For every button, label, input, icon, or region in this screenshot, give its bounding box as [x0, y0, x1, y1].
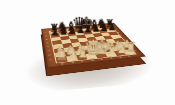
- rank-label-4: 4: [123, 38, 126, 40]
- rank-label-1: 1: [50, 58, 53, 60]
- chess-set-photo: ABCDEFGH ABCDEFGH 87654321 87654321 ♜♞♝♛…: [0, 0, 175, 105]
- rank-label-5: 5: [47, 42, 49, 44]
- file-label-g: G: [118, 56, 122, 58]
- rank-label-4: 4: [47, 46, 49, 48]
- board-perspective-stage: ABCDEFGH ABCDEFGH 87654321 87654321 ♜♞♝♛…: [44, 0, 130, 84]
- rank-label-2: 2: [49, 54, 52, 56]
- rank-label-3: 3: [48, 50, 50, 52]
- chessboard: ABCDEFGH ABCDEFGH 87654321 87654321 ♜♞♝♛…: [41, 23, 146, 68]
- rank-label-7: 7: [46, 35, 48, 37]
- rank-label-6: 6: [46, 39, 48, 41]
- file-label-f: F: [109, 57, 112, 59]
- file-label-b: B: [71, 61, 74, 64]
- rank-label-8: 8: [45, 32, 47, 34]
